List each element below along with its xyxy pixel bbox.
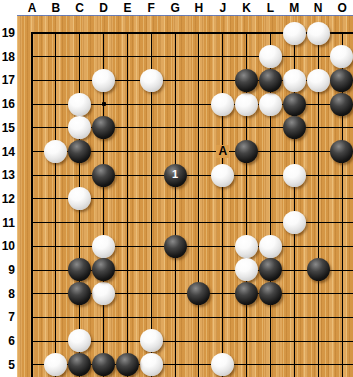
white-stone-D17 xyxy=(92,69,115,92)
column-label-K: K xyxy=(242,1,251,15)
black-stone-E5 xyxy=(116,353,139,376)
black-stone-H8 xyxy=(187,282,210,305)
row-label-18: 18 xyxy=(2,50,15,64)
white-stone-J16 xyxy=(211,93,234,116)
black-stone-N9 xyxy=(307,258,330,281)
black-stone-D13 xyxy=(92,164,115,187)
board-top-border xyxy=(17,15,353,16)
row-label-12: 12 xyxy=(2,192,15,206)
white-stone-F5 xyxy=(140,353,163,376)
black-stone-G13 xyxy=(164,164,187,187)
white-stone-L16 xyxy=(259,93,282,116)
row-label-17: 17 xyxy=(2,73,15,87)
column-label-L: L xyxy=(267,1,274,15)
white-stone-J13 xyxy=(211,164,234,187)
point-label-A-J14: A xyxy=(216,145,229,158)
black-stone-O14 xyxy=(330,140,353,163)
white-stone-M19 xyxy=(283,22,306,45)
column-label-M: M xyxy=(289,1,299,15)
white-stone-L18 xyxy=(259,45,282,68)
white-stone-C15 xyxy=(68,116,91,139)
white-stone-F17 xyxy=(140,69,163,92)
white-stone-K10 xyxy=(235,235,258,258)
white-stone-M11 xyxy=(283,211,306,234)
column-label-G: G xyxy=(170,1,179,15)
black-stone-K17 xyxy=(235,69,258,92)
white-stone-N19 xyxy=(307,22,330,45)
white-stone-C16 xyxy=(68,93,91,116)
column-label-H: H xyxy=(195,1,204,15)
white-stone-K16 xyxy=(235,93,258,116)
white-stone-M17 xyxy=(283,69,306,92)
white-stone-C12 xyxy=(68,187,91,210)
black-stone-D15 xyxy=(92,116,115,139)
white-stone-B5 xyxy=(44,353,67,376)
black-stone-L9 xyxy=(259,258,282,281)
white-stone-K9 xyxy=(235,258,258,281)
black-stone-C14 xyxy=(68,140,91,163)
black-stone-C9 xyxy=(68,258,91,281)
white-stone-O18 xyxy=(330,45,353,68)
white-stone-L10 xyxy=(259,235,282,258)
star-point-D16 xyxy=(102,102,106,106)
column-label-D: D xyxy=(99,1,108,15)
black-stone-C8 xyxy=(68,282,91,305)
column-label-F: F xyxy=(148,1,155,15)
stones-layer: 1A xyxy=(20,21,353,377)
black-stone-K14 xyxy=(235,140,258,163)
black-stone-C5 xyxy=(68,353,91,376)
row-label-13: 13 xyxy=(2,168,15,182)
black-stone-O17 xyxy=(330,69,353,92)
black-stone-M16 xyxy=(283,93,306,116)
row-label-5: 5 xyxy=(8,358,15,372)
column-label-J: J xyxy=(219,1,226,15)
row-label-10: 10 xyxy=(2,239,15,253)
column-label-O: O xyxy=(337,1,346,15)
row-label-7: 7 xyxy=(8,310,15,324)
go-board-screen: 1A ABCDEFGHJKLMNO 1918171615141312111098… xyxy=(0,0,353,377)
white-stone-N17 xyxy=(307,69,330,92)
column-label-A: A xyxy=(28,1,37,15)
white-stone-J5 xyxy=(211,353,234,376)
row-label-6: 6 xyxy=(8,334,15,348)
white-stone-C6 xyxy=(68,329,91,352)
white-stone-D10 xyxy=(92,235,115,258)
white-stone-D8 xyxy=(92,282,115,305)
black-stone-D9 xyxy=(92,258,115,281)
black-stone-L17 xyxy=(259,69,282,92)
row-label-11: 11 xyxy=(2,216,15,230)
white-stone-M13 xyxy=(283,164,306,187)
column-label-E: E xyxy=(123,1,131,15)
black-stone-O16 xyxy=(330,93,353,116)
row-label-19: 19 xyxy=(2,26,15,40)
row-label-9: 9 xyxy=(8,263,15,277)
white-stone-B14 xyxy=(44,140,67,163)
row-label-16: 16 xyxy=(2,97,15,111)
black-stone-D5 xyxy=(92,353,115,376)
go-board[interactable]: 1A xyxy=(17,15,353,377)
column-label-B: B xyxy=(52,1,61,15)
black-stone-M15 xyxy=(283,116,306,139)
row-label-8: 8 xyxy=(8,287,15,301)
black-stone-K8 xyxy=(235,282,258,305)
row-label-15: 15 xyxy=(2,121,15,135)
column-label-C: C xyxy=(75,1,84,15)
black-stone-G10 xyxy=(164,235,187,258)
white-stone-F6 xyxy=(140,329,163,352)
row-label-14: 14 xyxy=(2,145,15,159)
black-stone-L8 xyxy=(259,282,282,305)
column-label-N: N xyxy=(314,1,323,15)
